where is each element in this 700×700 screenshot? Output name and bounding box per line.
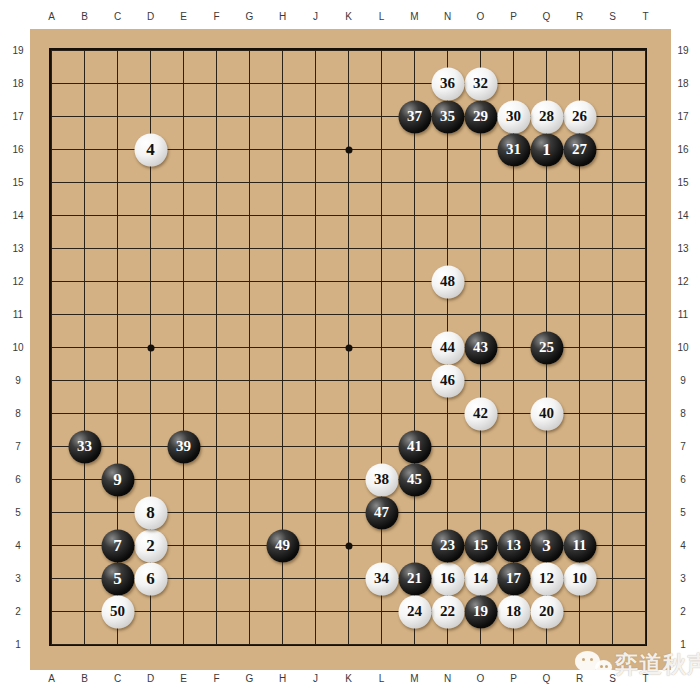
black-stone-P4: 13 xyxy=(497,529,530,562)
black-stone-M17: 37 xyxy=(398,100,431,133)
black-stone-Q16: 1 xyxy=(530,133,563,166)
row-label-left: 14 xyxy=(12,211,23,221)
row-label-left: 18 xyxy=(12,79,23,89)
move-number: 25 xyxy=(539,340,554,355)
column-label-top: H xyxy=(279,12,286,22)
row-label-right: 15 xyxy=(677,178,688,188)
column-label-bottom: A xyxy=(48,674,55,684)
column-label-bottom: E xyxy=(180,674,187,684)
watermark: 弈道秋声 xyxy=(573,648,700,680)
black-stone-M7: 41 xyxy=(398,430,431,463)
row-label-right: 11 xyxy=(678,310,688,320)
grid-line-vertical xyxy=(645,50,646,645)
black-stone-O4: 15 xyxy=(464,529,497,562)
column-label-top: E xyxy=(180,12,187,22)
row-label-left: 6 xyxy=(15,475,21,485)
row-label-left: 16 xyxy=(12,145,23,155)
move-number: 40 xyxy=(539,406,554,421)
column-label-top: N xyxy=(444,12,451,22)
move-number: 35 xyxy=(440,109,455,124)
move-number: 22 xyxy=(440,604,455,619)
black-stone-R4: 11 xyxy=(563,529,596,562)
move-number: 42 xyxy=(473,406,488,421)
row-label-left: 7 xyxy=(15,442,21,452)
white-stone-N18: 36 xyxy=(431,67,464,100)
column-label-top: B xyxy=(81,12,88,22)
column-label-bottom: B xyxy=(81,674,88,684)
column-label-top: K xyxy=(345,12,352,22)
grid-line-horizontal xyxy=(51,380,646,381)
black-stone-Q10: 25 xyxy=(530,331,563,364)
white-stone-C2: 50 xyxy=(101,595,134,628)
white-stone-Q17: 28 xyxy=(530,100,563,133)
row-label-left: 2 xyxy=(15,607,21,617)
grid-line-horizontal xyxy=(51,446,646,447)
move-number: 11 xyxy=(572,538,586,553)
row-label-right: 2 xyxy=(680,607,686,617)
move-number: 9 xyxy=(113,471,122,488)
column-label-top: L xyxy=(379,12,385,22)
row-label-left: 9 xyxy=(15,376,21,386)
white-stone-O3: 14 xyxy=(464,562,497,595)
column-label-bottom: M xyxy=(410,674,418,684)
move-number: 34 xyxy=(374,571,389,586)
white-stone-L6: 38 xyxy=(365,463,398,496)
white-stone-Q8: 40 xyxy=(530,397,563,430)
row-label-left: 15 xyxy=(12,178,23,188)
row-label-right: 6 xyxy=(680,475,686,485)
black-stone-E7: 39 xyxy=(167,430,200,463)
black-stone-H4: 49 xyxy=(266,529,299,562)
watermark-text: 弈道秋声 xyxy=(615,649,700,680)
black-stone-C3: 5 xyxy=(101,562,134,595)
row-label-right: 16 xyxy=(677,145,688,155)
move-number: 43 xyxy=(473,340,488,355)
move-number: 31 xyxy=(506,142,521,157)
white-stone-D3: 6 xyxy=(134,562,167,595)
grid-line-vertical xyxy=(612,50,613,645)
column-label-bottom: L xyxy=(379,674,385,684)
row-label-right: 18 xyxy=(677,79,688,89)
move-number: 16 xyxy=(440,571,455,586)
move-number: 27 xyxy=(572,142,587,157)
move-number: 46 xyxy=(440,373,455,388)
black-stone-O17: 29 xyxy=(464,100,497,133)
column-label-top: S xyxy=(609,12,616,22)
column-label-bottom: C xyxy=(114,674,121,684)
move-number: 6 xyxy=(146,570,155,587)
move-number: 5 xyxy=(113,570,122,587)
row-label-left: 11 xyxy=(13,310,23,320)
column-label-bottom: D xyxy=(147,674,154,684)
white-stone-R3: 10 xyxy=(563,562,596,595)
move-number: 18 xyxy=(506,604,521,619)
move-number: 38 xyxy=(374,472,389,487)
white-stone-R17: 26 xyxy=(563,100,596,133)
black-stone-P16: 31 xyxy=(497,133,530,166)
move-number: 23 xyxy=(440,538,455,553)
row-label-right: 4 xyxy=(680,541,686,551)
row-label-left: 10 xyxy=(12,343,23,353)
white-stone-N3: 16 xyxy=(431,562,464,595)
column-label-top: O xyxy=(477,12,485,22)
move-number: 41 xyxy=(407,439,422,454)
white-stone-Q3: 12 xyxy=(530,562,563,595)
black-stone-B7: 33 xyxy=(68,430,101,463)
column-label-top: A xyxy=(48,12,55,22)
white-stone-D16: 4 xyxy=(134,133,167,166)
grid-line-horizontal xyxy=(51,479,646,480)
black-stone-P3: 17 xyxy=(497,562,530,595)
white-stone-D5: 8 xyxy=(134,496,167,529)
column-label-bottom: P xyxy=(510,674,517,684)
column-label-top: D xyxy=(147,12,154,22)
wechat-icon xyxy=(573,648,615,680)
move-number: 36 xyxy=(440,76,455,91)
row-label-right: 19 xyxy=(677,46,688,56)
white-stone-N12: 48 xyxy=(431,265,464,298)
move-number: 14 xyxy=(473,571,488,586)
row-label-left: 3 xyxy=(15,574,21,584)
move-number: 29 xyxy=(473,109,488,124)
move-number: 1 xyxy=(542,141,551,158)
white-stone-D4: 2 xyxy=(134,529,167,562)
row-label-right: 8 xyxy=(680,409,686,419)
move-number: 47 xyxy=(374,505,389,520)
grid-line-vertical xyxy=(414,50,415,645)
row-label-left: 1 xyxy=(15,640,21,650)
column-label-top: G xyxy=(246,12,254,22)
grid-line-horizontal xyxy=(51,644,646,645)
move-number: 8 xyxy=(146,504,155,521)
column-label-top: C xyxy=(114,12,121,22)
move-number: 20 xyxy=(539,604,554,619)
move-number: 39 xyxy=(176,439,191,454)
move-number: 28 xyxy=(539,109,554,124)
column-label-bottom: F xyxy=(213,674,219,684)
white-stone-Q2: 20 xyxy=(530,595,563,628)
row-label-right: 9 xyxy=(680,376,686,386)
move-number: 3 xyxy=(542,537,551,554)
black-stone-L5: 47 xyxy=(365,496,398,529)
column-label-bottom: K xyxy=(345,674,352,684)
move-number: 49 xyxy=(275,538,290,553)
star-point xyxy=(345,146,352,153)
move-number: 15 xyxy=(473,538,488,553)
white-stone-O8: 42 xyxy=(464,397,497,430)
move-number: 33 xyxy=(77,439,92,454)
row-label-left: 8 xyxy=(15,409,21,419)
move-number: 7 xyxy=(113,537,122,554)
row-label-right: 13 xyxy=(677,244,688,254)
black-stone-C4: 7 xyxy=(101,529,134,562)
chat-bubble-small xyxy=(595,660,612,675)
column-label-bottom: O xyxy=(477,674,485,684)
column-label-top: F xyxy=(213,12,219,22)
move-number: 45 xyxy=(407,472,422,487)
star-point xyxy=(345,542,352,549)
move-number: 2 xyxy=(146,537,155,554)
white-stone-P17: 30 xyxy=(497,100,530,133)
row-label-right: 7 xyxy=(680,442,686,452)
column-label-top: R xyxy=(576,12,583,22)
move-number: 26 xyxy=(572,109,587,124)
star-point xyxy=(147,344,154,351)
move-number: 17 xyxy=(506,571,521,586)
move-number: 13 xyxy=(506,538,521,553)
white-stone-O18: 32 xyxy=(464,67,497,100)
column-label-bottom: Q xyxy=(543,674,551,684)
row-label-left: 17 xyxy=(12,112,23,122)
row-label-right: 5 xyxy=(680,508,686,518)
black-stone-M6: 45 xyxy=(398,463,431,496)
black-stone-C6: 9 xyxy=(101,463,134,496)
column-label-bottom: J xyxy=(313,674,318,684)
move-number: 19 xyxy=(473,604,488,619)
row-label-left: 12 xyxy=(12,277,23,287)
star-point xyxy=(345,344,352,351)
black-stone-Q4: 3 xyxy=(530,529,563,562)
move-number: 32 xyxy=(473,76,488,91)
move-number: 21 xyxy=(407,571,422,586)
grid-line-vertical xyxy=(381,50,382,645)
move-number: 48 xyxy=(440,274,455,289)
move-number: 30 xyxy=(506,109,521,124)
white-stone-N10: 44 xyxy=(431,331,464,364)
move-number: 50 xyxy=(110,604,125,619)
white-stone-L3: 34 xyxy=(365,562,398,595)
row-label-right: 10 xyxy=(677,343,688,353)
move-number: 12 xyxy=(539,571,554,586)
black-stone-N17: 35 xyxy=(431,100,464,133)
black-stone-M3: 21 xyxy=(398,562,431,595)
column-label-bottom: N xyxy=(444,674,451,684)
move-number: 24 xyxy=(407,604,422,619)
row-label-left: 4 xyxy=(15,541,21,551)
row-label-left: 13 xyxy=(12,244,23,254)
row-label-right: 12 xyxy=(677,277,688,287)
white-stone-M2: 24 xyxy=(398,595,431,628)
move-number: 4 xyxy=(146,141,155,158)
white-stone-N2: 22 xyxy=(431,595,464,628)
move-number: 44 xyxy=(440,340,455,355)
row-label-left: 5 xyxy=(15,508,21,518)
black-stone-O2: 19 xyxy=(464,595,497,628)
row-label-right: 3 xyxy=(680,574,686,584)
move-number: 10 xyxy=(572,571,587,586)
row-label-right: 17 xyxy=(677,112,688,122)
black-stone-O10: 43 xyxy=(464,331,497,364)
column-label-bottom: G xyxy=(246,674,254,684)
column-label-top: T xyxy=(642,12,648,22)
column-label-bottom: H xyxy=(279,674,286,684)
white-stone-P2: 18 xyxy=(497,595,530,628)
move-number: 37 xyxy=(407,109,422,124)
column-label-top: P xyxy=(510,12,517,22)
column-label-top: Q xyxy=(543,12,551,22)
row-label-right: 14 xyxy=(677,211,688,221)
column-label-top: J xyxy=(313,12,318,22)
column-label-top: M xyxy=(410,12,418,22)
black-stone-R16: 27 xyxy=(563,133,596,166)
go-diagram-page: AABBCCDDEEFFGGHHJJKKLLMMNNOOPPQQRRSSTT19… xyxy=(0,0,700,700)
black-stone-N4: 23 xyxy=(431,529,464,562)
row-label-left: 19 xyxy=(12,46,23,56)
white-stone-N9: 46 xyxy=(431,364,464,397)
